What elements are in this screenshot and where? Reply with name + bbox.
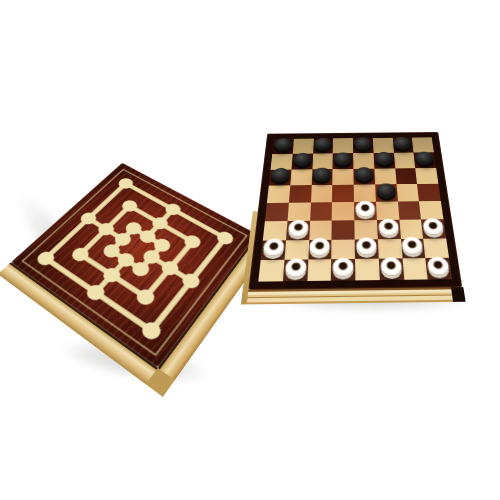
checkers-square-c4[interactable] <box>310 202 333 220</box>
checkers-square-a6[interactable] <box>269 169 292 186</box>
checkers-square-h6[interactable] <box>415 168 438 185</box>
morris-pinstripe-border <box>22 169 246 355</box>
checkers-square-e3[interactable] <box>354 220 377 239</box>
checkers-square-a1[interactable] <box>258 260 284 282</box>
checkers-square-d8[interactable] <box>333 138 353 153</box>
checkers-square-b4[interactable] <box>287 202 310 220</box>
morris-pattern <box>11 163 258 368</box>
checkers-square-g1[interactable] <box>402 258 428 279</box>
checkers-square-g8[interactable] <box>392 138 413 153</box>
white-checker-piece[interactable] <box>263 239 285 257</box>
checkers-square-b5[interactable] <box>289 185 312 202</box>
checkers-square-g2[interactable] <box>400 238 425 258</box>
checkers-square-g3[interactable] <box>399 219 423 238</box>
checkers-square-c1[interactable] <box>307 259 332 281</box>
checkers-square-h8[interactable] <box>412 137 434 152</box>
checkers-square-g5[interactable] <box>396 184 419 201</box>
checkers-square-f1[interactable] <box>379 259 404 280</box>
black-checker-piece[interactable] <box>313 168 332 182</box>
white-checker-piece[interactable] <box>284 259 306 278</box>
white-checker-piece[interactable] <box>380 257 402 276</box>
checkers-square-f5[interactable] <box>375 184 398 201</box>
checkers-square-h7[interactable] <box>414 152 436 168</box>
checkers-square-d3[interactable] <box>332 220 355 239</box>
white-checker-piece[interactable] <box>402 237 424 255</box>
checkers-square-a2[interactable] <box>261 240 286 260</box>
black-checker-piece[interactable] <box>274 138 293 151</box>
white-checker-piece[interactable] <box>310 238 331 256</box>
checkers-board-frame <box>248 132 462 290</box>
black-checker-piece[interactable] <box>415 151 434 165</box>
white-checker-piece[interactable] <box>288 219 309 236</box>
checkers-square-d5[interactable] <box>332 185 354 202</box>
checkers-square-b2[interactable] <box>284 240 309 260</box>
morris-middle-square <box>80 206 192 297</box>
black-checker-piece[interactable] <box>376 183 396 198</box>
checkers-square-f6[interactable] <box>374 168 396 185</box>
checkers-board[interactable] <box>248 132 462 290</box>
checkers-square-b7[interactable] <box>291 153 312 169</box>
checkers-grid <box>258 137 452 281</box>
checkers-square-b1[interactable] <box>283 260 308 282</box>
white-checker-piece[interactable] <box>355 201 375 217</box>
checkers-square-e2[interactable] <box>355 239 379 259</box>
checkers-square-c5[interactable] <box>310 185 332 202</box>
checkers-square-g4[interactable] <box>397 201 421 219</box>
checkers-square-e7[interactable] <box>353 153 374 169</box>
nine-mens-morris-board[interactable] <box>11 163 258 368</box>
checkers-square-a7[interactable] <box>271 154 293 170</box>
checkers-square-d2[interactable] <box>331 239 355 259</box>
checkers-square-a4[interactable] <box>265 203 289 221</box>
checkers-square-b3[interactable] <box>286 221 310 240</box>
black-checker-piece[interactable] <box>270 168 290 182</box>
black-checker-piece[interactable] <box>354 137 372 150</box>
checkers-square-f2[interactable] <box>378 239 403 259</box>
checkers-box-side-front <box>245 287 465 304</box>
white-checker-piece[interactable] <box>333 258 354 277</box>
checkers-square-e5[interactable] <box>354 185 376 202</box>
checkers-square-f3[interactable] <box>377 220 401 239</box>
checkers-square-e4[interactable] <box>354 202 377 220</box>
checkers-square-h5[interactable] <box>417 184 441 201</box>
morris-board-face <box>11 163 258 368</box>
checkers-square-h1[interactable] <box>426 258 453 279</box>
white-checker-piece[interactable] <box>356 238 377 256</box>
scene <box>0 0 500 500</box>
white-checker-piece[interactable] <box>422 218 444 235</box>
checkers-square-a3[interactable] <box>263 221 287 240</box>
checkers-square-h2[interactable] <box>423 238 449 258</box>
black-checker-piece[interactable] <box>375 152 394 166</box>
checkers-square-f7[interactable] <box>373 153 394 169</box>
checkers-square-e6[interactable] <box>353 168 374 185</box>
checkers-square-h3[interactable] <box>421 219 446 238</box>
checkers-square-b6[interactable] <box>290 169 312 186</box>
checkers-square-c6[interactable] <box>311 169 332 186</box>
checkers-square-a5[interactable] <box>267 186 290 203</box>
checkers-square-f8[interactable] <box>373 138 394 153</box>
checkers-square-d1[interactable] <box>331 259 355 281</box>
checkers-square-c3[interactable] <box>309 220 332 239</box>
checkers-square-g7[interactable] <box>394 152 416 168</box>
checkers-square-g6[interactable] <box>395 168 417 185</box>
checkers-square-b8[interactable] <box>292 139 313 154</box>
white-checker-piece[interactable] <box>378 218 399 235</box>
black-checker-piece[interactable] <box>293 153 312 167</box>
black-checker-piece[interactable] <box>394 137 413 150</box>
white-checker-piece[interactable] <box>427 257 450 276</box>
checkers-square-d4[interactable] <box>332 202 354 220</box>
checkers-square-e1[interactable] <box>355 259 380 281</box>
checkers-square-c7[interactable] <box>312 153 333 169</box>
black-checker-piece[interactable] <box>314 138 332 151</box>
checkers-square-e8[interactable] <box>353 138 373 153</box>
black-checker-piece[interactable] <box>355 167 374 181</box>
checkers-square-f4[interactable] <box>376 202 399 220</box>
checkers-square-h4[interactable] <box>419 201 443 219</box>
checkers-square-d7[interactable] <box>333 153 354 169</box>
checkers-square-c8[interactable] <box>313 138 333 153</box>
checkers-square-d6[interactable] <box>332 169 353 186</box>
black-checker-piece[interactable] <box>334 152 352 166</box>
checkers-square-c2[interactable] <box>308 239 332 259</box>
checkers-square-a8[interactable] <box>272 139 293 154</box>
